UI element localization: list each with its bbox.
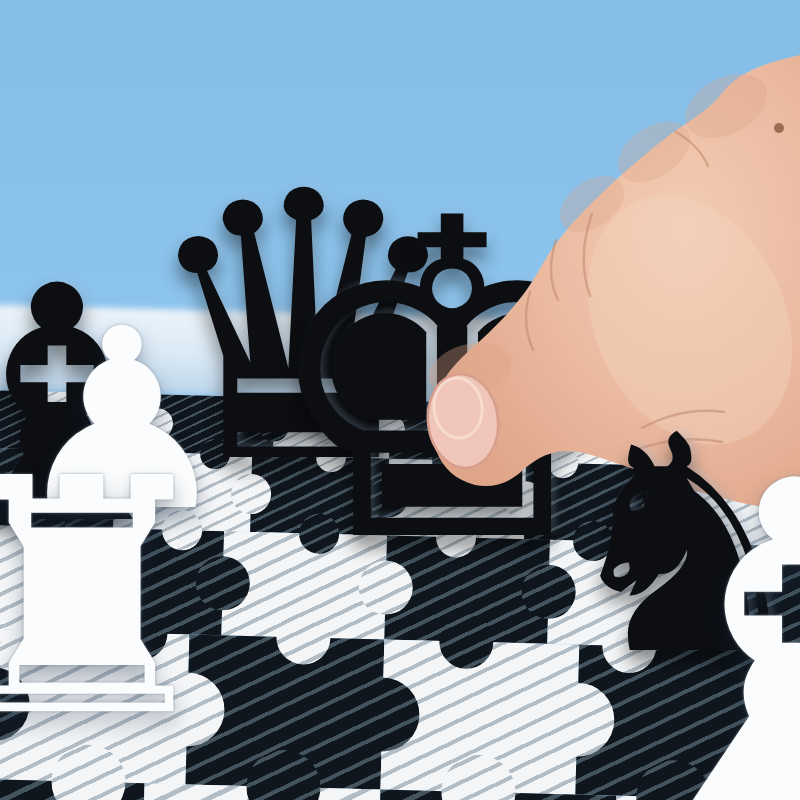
white-rook[interactable]: ♜ (0, 436, 228, 761)
product-photo-stage: ♝♟♛♚♜♞♝ (0, 0, 800, 800)
white-bishop[interactable]: ♝ (593, 424, 800, 800)
